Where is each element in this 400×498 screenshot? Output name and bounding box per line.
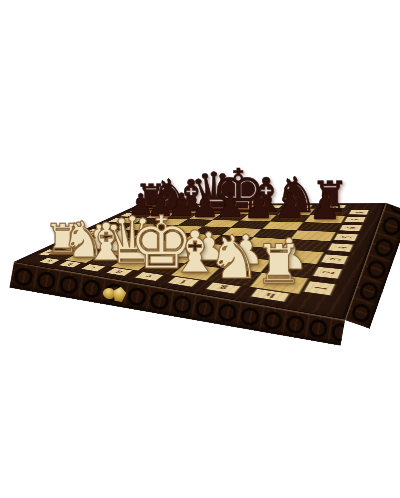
file-label-front-a: a	[45, 259, 54, 262]
chess-set-photo: aabbccddeeffgghh8877665544332211 ♜♞♝♛♚♝♞…	[0, 0, 400, 498]
rank-label-right-2: 2	[319, 271, 337, 275]
file-label-front-d: d	[114, 270, 124, 274]
rank-label-left-4: 4	[88, 231, 96, 232]
file-label-front-b: b	[65, 262, 74, 266]
rank-label-left-1: 1	[44, 251, 52, 253]
file-label-back-e-cell: e	[234, 205, 255, 208]
file-label-front-g: g	[217, 285, 228, 291]
file-label-front-c-cell: c	[80, 264, 106, 272]
rank-label-right-1: 1	[310, 286, 329, 291]
file-label-back-h: h	[330, 206, 338, 208]
file-label-back-g-cell: g	[289, 205, 313, 208]
rank-label-right-8: 8	[352, 212, 365, 213]
brass-latch	[101, 283, 130, 305]
file-label-front-h: h	[264, 292, 277, 299]
file-label-front-d-cell: d	[106, 268, 134, 277]
file-label-back-e: e	[241, 206, 247, 208]
rank-label-left-6: 6	[113, 219, 120, 220]
file-label-back-c: c	[195, 206, 201, 208]
rank-label-left-5: 5	[101, 225, 109, 226]
rank-label-right-5: 5	[339, 236, 354, 238]
file-label-front-b-cell: b	[58, 261, 82, 268]
file-label-front-f: f	[179, 279, 188, 284]
rank-label-right-7: 7	[348, 219, 361, 221]
rank-label-right-3: 3	[326, 258, 343, 261]
file-label-back-h-cell: h	[321, 205, 347, 208]
file-label-back-g: g	[298, 206, 305, 208]
rank-label-right-4-cell: 4	[327, 243, 354, 252]
rank-label-left-2: 2	[60, 244, 68, 246]
rank-label-right-1-cell: 1	[303, 281, 337, 296]
rank-label-right-7-cell: 7	[343, 217, 366, 223]
rank-label-right-5-cell: 5	[333, 233, 359, 241]
rank-label-left-8: 8	[134, 210, 141, 211]
file-label-back-f: f	[269, 206, 274, 208]
rank-label-left-7: 7	[123, 214, 130, 215]
file-label-front-e: e	[144, 274, 154, 279]
rank-label-right-4: 4	[333, 246, 349, 249]
rank-label-right-3-cell: 3	[320, 254, 349, 265]
file-label-back-b: b	[174, 206, 180, 208]
rank-label-right-6-cell: 6	[338, 225, 362, 232]
file-label-front-a-cell: a	[38, 258, 60, 265]
rank-label-right-6: 6	[344, 227, 358, 229]
file-label-back-a: a	[155, 206, 161, 207]
rank-label-left-3: 3	[75, 237, 83, 239]
file-label-back-f-cell: f	[260, 205, 283, 208]
file-label-front-c: c	[89, 266, 98, 270]
file-label-back-d: d	[217, 206, 224, 208]
rank-label-right-8-cell: 8	[348, 210, 370, 215]
rank-label-right-2-cell: 2	[312, 267, 343, 280]
